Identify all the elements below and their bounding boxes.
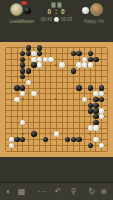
black-stone — [31, 62, 36, 67]
bottom-toolbar: ◐▦⋯↶⚲↻⊕ — [0, 182, 113, 200]
white-stone — [76, 62, 81, 67]
toolbar-group: ⋯↶⚲ — [38, 188, 77, 196]
left-player-rank-badge — [21, 1, 27, 5]
black-stone — [26, 68, 31, 73]
go-board-grid — [3, 45, 110, 154]
white-stone — [14, 97, 19, 102]
black-stone — [37, 45, 42, 50]
board-cell[interactable] — [31, 56, 37, 62]
black-stone — [88, 143, 93, 148]
board-cell[interactable] — [93, 102, 99, 108]
black-stone — [93, 114, 98, 119]
black-stone — [26, 45, 31, 50]
right-player-timer: 00:03 — [61, 17, 72, 22]
right-player-name: Happy Yin — [72, 19, 113, 25]
white-stone — [31, 57, 36, 62]
left-player-timer: 00:49 — [41, 17, 52, 22]
board-cell[interactable] — [99, 108, 105, 114]
board-cell[interactable] — [93, 97, 99, 103]
black-stone — [88, 85, 93, 90]
black-stone — [20, 68, 25, 73]
black-stone — [99, 85, 104, 90]
black-stone — [88, 103, 93, 108]
white-stone — [99, 108, 104, 113]
white-stone — [88, 125, 93, 130]
board-cell[interactable] — [93, 108, 99, 114]
white-stone — [93, 137, 98, 142]
go-board[interactable] — [0, 42, 113, 157]
black-stone — [14, 137, 19, 142]
black-stone — [71, 68, 76, 73]
white-stone — [59, 62, 64, 67]
white-stone — [31, 51, 36, 56]
grid-icon[interactable]: ▦ — [18, 188, 26, 196]
board-cell[interactable] — [37, 45, 43, 51]
black-stone — [93, 108, 98, 113]
white-stone — [26, 80, 31, 85]
right-player-white-stone-icon — [82, 7, 89, 14]
mic-icon[interactable]: ⚲ — [70, 188, 76, 196]
go-app-window: LeelaMaster 0 : 0 00:49 00:03 Happy Yin … — [0, 0, 113, 200]
match-header: LeelaMaster 0 : 0 00:49 00:03 Happy Yin — [0, 0, 113, 30]
white-stone — [43, 57, 48, 62]
white-stone — [88, 62, 93, 67]
toolbar-group: ◐▦ — [6, 188, 25, 196]
black-stone — [14, 85, 19, 90]
undo-icon[interactable]: ↶ — [55, 188, 62, 196]
board-cell[interactable] — [93, 120, 99, 126]
zoom-icon[interactable]: ⊕ — [100, 188, 107, 196]
black-stone — [93, 103, 98, 108]
more-icon[interactable]: ⋯ — [38, 188, 46, 196]
black-stone — [76, 137, 81, 142]
board-cell[interactable] — [59, 62, 65, 68]
board-cell[interactable] — [48, 56, 54, 62]
white-stone — [82, 62, 87, 67]
board-cell[interactable] — [31, 62, 37, 68]
white-stone — [37, 62, 42, 67]
black-stone — [88, 108, 93, 113]
board-cell[interactable] — [26, 45, 32, 51]
black-stone — [93, 57, 98, 62]
white-stone — [54, 131, 59, 136]
board-cell[interactable] — [87, 62, 93, 68]
left-player-avatar[interactable] — [10, 3, 23, 16]
white-stone — [93, 125, 98, 130]
white-stone — [48, 57, 53, 62]
board-cell[interactable] — [54, 131, 60, 137]
black-stone — [31, 131, 36, 136]
board-cell[interactable] — [93, 56, 99, 62]
black-stone — [93, 97, 98, 102]
left-player-black-stone-icon — [24, 7, 31, 14]
board-cell[interactable] — [26, 68, 32, 74]
black-stone — [76, 85, 81, 90]
black-stone — [76, 51, 81, 56]
refresh-icon[interactable]: ↻ — [89, 188, 96, 196]
board-cell[interactable] — [93, 125, 99, 131]
board-cell[interactable] — [31, 131, 37, 137]
black-stone — [93, 120, 98, 125]
board-cell[interactable] — [104, 148, 110, 154]
right-player-avatar[interactable] — [90, 3, 103, 16]
black-stone — [88, 57, 93, 62]
board-cell[interactable] — [76, 85, 82, 91]
trial-stones-icon[interactable]: ◐ — [6, 188, 11, 196]
board-cell[interactable] — [76, 62, 82, 68]
turn-indicator-white-stone — [54, 17, 59, 22]
board-cell[interactable] — [71, 68, 77, 74]
score-display: 0 : 0 — [36, 8, 77, 15]
toolbar-group: ↻⊕ — [89, 188, 107, 196]
board-cell[interactable] — [87, 85, 93, 91]
